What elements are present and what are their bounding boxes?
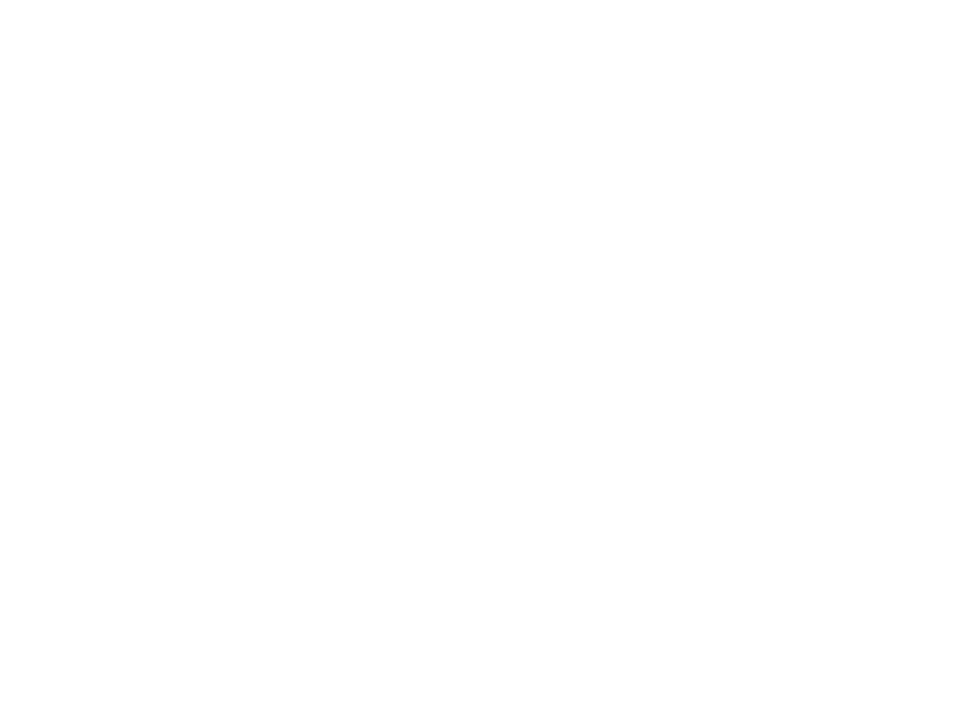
photo-stage xyxy=(0,0,960,720)
chess-board-photo xyxy=(0,0,960,720)
